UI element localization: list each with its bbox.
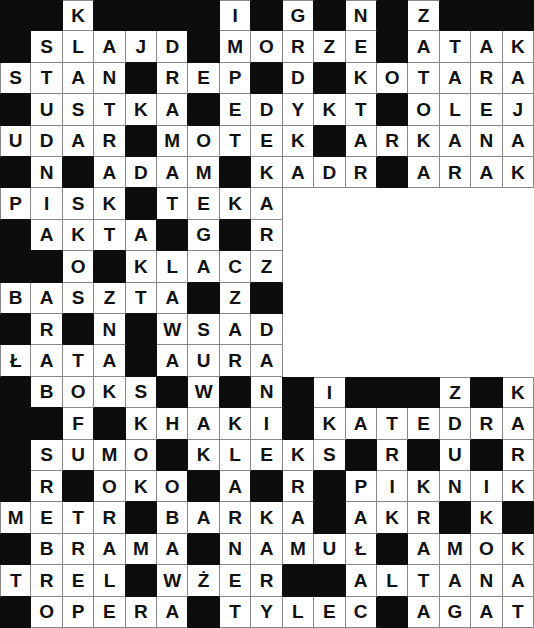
letter-cell-r18c12[interactable]: L	[377, 565, 408, 596]
blocked-cell-r12c13	[408, 377, 439, 408]
letter-cell-r18c5[interactable]: W	[157, 565, 188, 596]
letter-cell-r15c11[interactable]: P	[346, 471, 377, 502]
letter-cell-r7c6[interactable]: G	[188, 220, 219, 251]
letter-cell-r13c5[interactable]: H	[157, 408, 188, 439]
letter-cell-r9c7[interactable]: Z	[220, 283, 251, 314]
letter-cell-r19c4[interactable]: R	[126, 597, 157, 628]
letter-cell-r14c9[interactable]: K	[283, 440, 314, 471]
blocked-cell-r14c13	[408, 440, 439, 471]
cell-outside-r10c14	[440, 314, 471, 345]
letter-cell-r3c4[interactable]: K	[126, 94, 157, 125]
letter-cell-r8c7[interactable]: C	[220, 251, 251, 282]
letter-cell-r15c4[interactable]: K	[126, 471, 157, 502]
cell-outside-r7c15	[471, 220, 502, 251]
letter-cell-r16c15[interactable]: K	[471, 502, 502, 533]
letter-cell-r6c6[interactable]: E	[188, 188, 219, 219]
letter-cell-r17c7[interactable]: N	[220, 534, 251, 565]
cell-outside-r9c12	[377, 283, 408, 314]
letter-cell-r19c9[interactable]: L	[283, 597, 314, 628]
letter-cell-r18c13[interactable]: T	[408, 565, 439, 596]
cell-outside-r11c13	[408, 345, 439, 376]
letter-cell-r9c2[interactable]: S	[63, 283, 94, 314]
letter-cell-r13c16[interactable]: A	[503, 408, 534, 439]
letter-cell-r1c9[interactable]: R	[283, 31, 314, 62]
letter-cell-r6c8[interactable]: A	[251, 188, 282, 219]
letter-cell-r3c16[interactable]: J	[503, 94, 534, 125]
letter-cell-r9c0[interactable]: B	[0, 283, 31, 314]
blocked-cell-r18c9	[283, 565, 314, 596]
cell-outside-r7c13	[408, 220, 439, 251]
letter-cell-r3c9[interactable]: Y	[283, 94, 314, 125]
letter-cell-r18c8[interactable]: R	[251, 565, 282, 596]
letter-cell-r13c7[interactable]: K	[220, 408, 251, 439]
blocked-cell-r1c6	[188, 31, 219, 62]
letter-cell-r18c7[interactable]: E	[220, 565, 251, 596]
letter-cell-r3c14[interactable]: L	[440, 94, 471, 125]
cell-outside-r9c11	[346, 283, 377, 314]
letter-cell-r16c1[interactable]: E	[31, 502, 62, 533]
letter-cell-r6c1[interactable]: I	[31, 188, 62, 219]
letter-cell-r3c15[interactable]: E	[471, 94, 502, 125]
letter-cell-r19c16[interactable]: T	[503, 597, 534, 628]
letter-cell-r11c5[interactable]: A	[157, 345, 188, 376]
letter-cell-r15c1[interactable]: R	[31, 471, 62, 502]
letter-cell-r10c7[interactable]: A	[220, 314, 251, 345]
letter-cell-r5c5[interactable]: A	[157, 157, 188, 188]
letter-cell-r2c6[interactable]: E	[188, 63, 219, 94]
blocked-cell-r0c1	[31, 0, 62, 31]
letter-cell-r17c13[interactable]: A	[408, 534, 439, 565]
blocked-cell-r13c0	[0, 408, 31, 439]
cell-outside-r6c9	[283, 188, 314, 219]
letter-cell-r17c11[interactable]: Ł	[346, 534, 377, 565]
letter-cell-r15c7[interactable]: A	[220, 471, 251, 502]
letter-cell-r13c13[interactable]: E	[408, 408, 439, 439]
letter-cell-r3c1[interactable]: U	[31, 94, 62, 125]
letter-cell-r11c1[interactable]: A	[31, 345, 62, 376]
letter-cell-r8c8[interactable]: Z	[251, 251, 282, 282]
blocked-cell-r19c12	[377, 597, 408, 628]
letter-cell-r18c3[interactable]: L	[94, 565, 125, 596]
cell-outside-r8c9	[283, 251, 314, 282]
letter-cell-r18c2[interactable]: E	[63, 565, 94, 596]
blocked-cell-r0c3	[94, 0, 125, 31]
cell-outside-r8c16	[503, 251, 534, 282]
letter-cell-r5c13[interactable]: A	[408, 157, 439, 188]
cell-outside-r9c13	[408, 283, 439, 314]
blocked-cell-r5c12	[377, 157, 408, 188]
cell-outside-r6c15	[471, 188, 502, 219]
blocked-cell-r3c6	[188, 94, 219, 125]
blocked-cell-r8c3	[94, 251, 125, 282]
letter-cell-r2c0[interactable]: S	[0, 63, 31, 94]
letter-cell-r17c1[interactable]: B	[31, 534, 62, 565]
letter-cell-r8c4[interactable]: K	[126, 251, 157, 282]
letter-cell-r5c3[interactable]: A	[94, 157, 125, 188]
letter-cell-r16c9[interactable]: A	[283, 502, 314, 533]
letter-cell-r2c13[interactable]: T	[408, 63, 439, 94]
letter-cell-r11c7[interactable]: R	[220, 345, 251, 376]
letter-cell-r5c9[interactable]: A	[283, 157, 314, 188]
letter-cell-r1c16[interactable]: K	[503, 31, 534, 62]
letter-cell-r14c4[interactable]: O	[126, 440, 157, 471]
letter-cell-r1c5[interactable]: D	[157, 31, 188, 62]
letter-cell-r3c5[interactable]: A	[157, 94, 188, 125]
letter-cell-r13c6[interactable]: A	[188, 408, 219, 439]
cell-outside-r7c14	[440, 220, 471, 251]
blocked-cell-r4c10	[314, 126, 345, 157]
blocked-cell-r19c6	[188, 597, 219, 628]
letter-cell-r3c2[interactable]: S	[63, 94, 94, 125]
letter-cell-r12c10[interactable]: I	[314, 377, 345, 408]
letter-cell-r0c11[interactable]: N	[346, 0, 377, 31]
letter-cell-r13c11[interactable]: A	[346, 408, 377, 439]
blocked-cell-r7c5	[157, 220, 188, 251]
letter-cell-r17c5[interactable]: A	[157, 534, 188, 565]
blocked-cell-r6c4	[126, 188, 157, 219]
letter-cell-r2c2[interactable]: A	[63, 63, 94, 94]
letter-cell-r5c4[interactable]: D	[126, 157, 157, 188]
letter-cell-r14c16[interactable]: R	[503, 440, 534, 471]
letter-cell-r5c1[interactable]: N	[31, 157, 62, 188]
letter-cell-r5c14[interactable]: R	[440, 157, 471, 188]
cell-outside-r9c14	[440, 283, 471, 314]
letter-cell-r5c6[interactable]: M	[188, 157, 219, 188]
letter-cell-r19c1[interactable]: O	[31, 597, 62, 628]
blocked-cell-r16c4	[126, 502, 157, 533]
letter-cell-r14c1[interactable]: S	[31, 440, 62, 471]
letter-cell-r1c3[interactable]: A	[94, 31, 125, 62]
letter-cell-r17c14[interactable]: M	[440, 534, 471, 565]
blocked-cell-r0c10	[314, 0, 345, 31]
letter-cell-r15c5[interactable]: O	[157, 471, 188, 502]
letter-cell-r14c2[interactable]: U	[63, 440, 94, 471]
letter-cell-r8c5[interactable]: L	[157, 251, 188, 282]
cell-outside-r6c14	[440, 188, 471, 219]
letter-cell-r19c14[interactable]: G	[440, 597, 471, 628]
cell-outside-r11c14	[440, 345, 471, 376]
letter-cell-r18c11[interactable]: A	[346, 565, 377, 596]
letter-cell-r4c0[interactable]: U	[0, 126, 31, 157]
letter-cell-r5c11[interactable]: R	[346, 157, 377, 188]
blocked-cell-r10c0	[0, 314, 31, 345]
letter-cell-r16c3[interactable]: R	[94, 502, 125, 533]
letter-cell-r12c1[interactable]: B	[31, 377, 62, 408]
letter-cell-r19c8[interactable]: Y	[251, 597, 282, 628]
blocked-cell-r12c11	[346, 377, 377, 408]
letter-cell-r18c1[interactable]: R	[31, 565, 62, 596]
letter-cell-r2c15[interactable]: R	[471, 63, 502, 94]
blocked-cell-r0c8	[251, 0, 282, 31]
letter-cell-r19c15[interactable]: A	[471, 597, 502, 628]
letter-cell-r13c14[interactable]: D	[440, 408, 471, 439]
letter-cell-r10c6[interactable]: S	[188, 314, 219, 345]
letter-cell-r11c6[interactable]: U	[188, 345, 219, 376]
blocked-cell-r14c5	[157, 440, 188, 471]
letter-cell-r16c12[interactable]: K	[377, 502, 408, 533]
letter-cell-r19c13[interactable]: A	[408, 597, 439, 628]
letter-cell-r16c7[interactable]: R	[220, 502, 251, 533]
letter-cell-r12c14[interactable]: Z	[440, 377, 471, 408]
letter-cell-r12c16[interactable]: K	[503, 377, 534, 408]
letter-cell-r4c5[interactable]: M	[157, 126, 188, 157]
letter-cell-r2c16[interactable]: A	[503, 63, 534, 94]
letter-cell-r17c10[interactable]: U	[314, 534, 345, 565]
letter-cell-r0c7[interactable]: I	[220, 0, 251, 31]
letter-cell-r15c15[interactable]: I	[471, 471, 502, 502]
letter-cell-r16c5[interactable]: B	[157, 502, 188, 533]
blocked-cell-r19c0	[0, 597, 31, 628]
letter-cell-r18c14[interactable]: A	[440, 565, 471, 596]
blocked-cell-r0c12	[377, 0, 408, 31]
letter-cell-r4c1[interactable]: D	[31, 126, 62, 157]
letter-cell-r13c15[interactable]: R	[471, 408, 502, 439]
cell-outside-r7c12	[377, 220, 408, 251]
cell-outside-r6c11	[346, 188, 377, 219]
blocked-cell-r0c14	[440, 0, 471, 31]
letter-cell-r4c9[interactable]: K	[283, 126, 314, 157]
letter-cell-r2c12[interactable]: O	[377, 63, 408, 94]
letter-cell-r3c13[interactable]: O	[408, 94, 439, 125]
blocked-cell-r17c12	[377, 534, 408, 565]
letter-cell-r15c12[interactable]: I	[377, 471, 408, 502]
letter-cell-r12c3[interactable]: K	[94, 377, 125, 408]
cell-outside-r11c16	[503, 345, 534, 376]
letter-cell-r18c6[interactable]: Ż	[188, 565, 219, 596]
blocked-cell-r12c0	[0, 377, 31, 408]
letter-cell-r7c2[interactable]: K	[63, 220, 94, 251]
blocked-cell-r13c3	[94, 408, 125, 439]
letter-cell-r14c6[interactable]: K	[188, 440, 219, 471]
letter-cell-r15c3[interactable]: O	[94, 471, 125, 502]
letter-cell-r15c9[interactable]: R	[283, 471, 314, 502]
letter-cell-r16c11[interactable]: A	[346, 502, 377, 533]
letter-cell-r4c3[interactable]: R	[94, 126, 125, 157]
blocked-cell-r5c2	[63, 157, 94, 188]
letter-cell-r17c15[interactable]: O	[471, 534, 502, 565]
letter-cell-r14c8[interactable]: E	[251, 440, 282, 471]
cell-outside-r11c11	[346, 345, 377, 376]
letter-cell-r16c2[interactable]: T	[63, 502, 94, 533]
letter-cell-r1c7[interactable]: M	[220, 31, 251, 62]
cell-outside-r11c15	[471, 345, 502, 376]
letter-cell-r11c2[interactable]: T	[63, 345, 94, 376]
cell-outside-r9c9	[283, 283, 314, 314]
letter-cell-r10c5[interactable]: W	[157, 314, 188, 345]
blocked-cell-r15c2	[63, 471, 94, 502]
blocked-cell-r0c6	[188, 0, 219, 31]
blocked-cell-r15c6	[188, 471, 219, 502]
blocked-cell-r2c4	[126, 63, 157, 94]
cell-outside-r7c11	[346, 220, 377, 251]
letter-cell-r17c2[interactable]: R	[63, 534, 94, 565]
letter-cell-r10c8[interactable]: D	[251, 314, 282, 345]
letter-cell-r16c0[interactable]: M	[0, 502, 31, 533]
letter-cell-r13c2[interactable]: F	[63, 408, 94, 439]
letter-cell-r1c14[interactable]: T	[440, 31, 471, 62]
letter-cell-r6c7[interactable]: K	[220, 188, 251, 219]
letter-cell-r5c15[interactable]: A	[471, 157, 502, 188]
letter-cell-r12c6[interactable]: W	[188, 377, 219, 408]
blocked-cell-r13c9	[283, 408, 314, 439]
letter-cell-r18c0[interactable]: T	[0, 565, 31, 596]
letter-cell-r18c15[interactable]: N	[471, 565, 502, 596]
cell-outside-r7c16	[503, 220, 534, 251]
letter-cell-r1c15[interactable]: A	[471, 31, 502, 62]
letter-cell-r15c16[interactable]: K	[503, 471, 534, 502]
cell-outside-r8c13	[408, 251, 439, 282]
letter-cell-r13c12[interactable]: T	[377, 408, 408, 439]
letter-cell-r13c4[interactable]: K	[126, 408, 157, 439]
letter-cell-r15c14[interactable]: N	[440, 471, 471, 502]
letter-cell-r14c7[interactable]: L	[220, 440, 251, 471]
cell-outside-r10c13	[408, 314, 439, 345]
letter-cell-r1c4[interactable]: J	[126, 31, 157, 62]
letter-cell-r8c6[interactable]: A	[188, 251, 219, 282]
letter-cell-r5c10[interactable]: D	[314, 157, 345, 188]
letter-cell-r12c2[interactable]: O	[63, 377, 94, 408]
letter-cell-r4c8[interactable]: E	[251, 126, 282, 157]
cell-outside-r7c10	[314, 220, 345, 251]
letter-cell-r4c15[interactable]: N	[471, 126, 502, 157]
letter-cell-r4c14[interactable]: A	[440, 126, 471, 157]
blocked-cell-r2c8	[251, 63, 282, 94]
letter-cell-r13c10[interactable]: K	[314, 408, 345, 439]
letter-cell-r10c3[interactable]: N	[94, 314, 125, 345]
letter-cell-r11c8[interactable]: A	[251, 345, 282, 376]
letter-cell-r3c3[interactable]: T	[94, 94, 125, 125]
cell-outside-r8c14	[440, 251, 471, 282]
blocked-cell-r16c10	[314, 502, 345, 533]
letter-cell-r6c3[interactable]: K	[94, 188, 125, 219]
letter-cell-r19c3[interactable]: E	[94, 597, 125, 628]
letter-cell-r3c7[interactable]: E	[220, 94, 251, 125]
cell-outside-r7c9	[283, 220, 314, 251]
blocked-cell-r16c16	[503, 502, 534, 533]
blocked-cell-r5c7	[220, 157, 251, 188]
letter-cell-r18c16[interactable]: A	[503, 565, 534, 596]
letter-cell-r7c3[interactable]: T	[94, 220, 125, 251]
letter-cell-r1c10[interactable]: Z	[314, 31, 345, 62]
letter-cell-r4c11[interactable]: A	[346, 126, 377, 157]
letter-cell-r9c3[interactable]: Z	[94, 283, 125, 314]
letter-cell-r2c5[interactable]: R	[157, 63, 188, 94]
letter-cell-r17c9[interactable]: M	[283, 534, 314, 565]
blocked-cell-r0c16	[503, 0, 534, 31]
letter-cell-r19c7[interactable]: T	[220, 597, 251, 628]
letter-cell-r5c8[interactable]: K	[251, 157, 282, 188]
letter-cell-r17c3[interactable]: A	[94, 534, 125, 565]
cell-outside-r6c16	[503, 188, 534, 219]
letter-cell-r16c6[interactable]: A	[188, 502, 219, 533]
letter-cell-r11c3[interactable]: A	[94, 345, 125, 376]
letter-cell-r3c11[interactable]: T	[346, 94, 377, 125]
letter-cell-r19c10[interactable]: E	[314, 597, 345, 628]
letter-cell-r7c8[interactable]: R	[251, 220, 282, 251]
letter-cell-r3c10[interactable]: K	[314, 94, 345, 125]
letter-cell-r11c0[interactable]: Ł	[0, 345, 31, 376]
cell-outside-r9c10	[314, 283, 345, 314]
letter-cell-r12c8[interactable]: N	[251, 377, 282, 408]
letter-cell-r4c6[interactable]: O	[188, 126, 219, 157]
blocked-cell-r5c0	[0, 157, 31, 188]
blocked-cell-r12c7	[220, 377, 251, 408]
blocked-cell-r14c15	[471, 440, 502, 471]
blocked-cell-r3c0	[0, 94, 31, 125]
letter-cell-r14c3[interactable]: M	[94, 440, 125, 471]
letter-cell-r15c13[interactable]: K	[408, 471, 439, 502]
cell-outside-r8c10	[314, 251, 345, 282]
letter-cell-r2c11[interactable]: K	[346, 63, 377, 94]
letter-cell-r14c12[interactable]: R	[377, 440, 408, 471]
blocked-cell-r3c12	[377, 94, 408, 125]
letter-cell-r17c8[interactable]: A	[251, 534, 282, 565]
letter-cell-r1c8[interactable]: O	[251, 31, 282, 62]
letter-cell-r2c9[interactable]: D	[283, 63, 314, 94]
letter-cell-r2c3[interactable]: N	[94, 63, 125, 94]
letter-cell-r14c10[interactable]: S	[314, 440, 345, 471]
letter-cell-r9c4[interactable]: T	[126, 283, 157, 314]
letter-cell-r1c13[interactable]: A	[408, 31, 439, 62]
letter-cell-r0c9[interactable]: G	[283, 0, 314, 31]
letter-cell-r5c16[interactable]: K	[503, 157, 534, 188]
letter-cell-r9c5[interactable]: A	[157, 283, 188, 314]
letter-cell-r19c11[interactable]: C	[346, 597, 377, 628]
letter-cell-r19c2[interactable]: P	[63, 597, 94, 628]
letter-cell-r8c2[interactable]: O	[63, 251, 94, 282]
cell-outside-r6c13	[408, 188, 439, 219]
letter-cell-r17c4[interactable]: M	[126, 534, 157, 565]
letter-cell-r4c12[interactable]: R	[377, 126, 408, 157]
letter-cell-r2c1[interactable]: T	[31, 63, 62, 94]
cell-outside-r8c15	[471, 251, 502, 282]
letter-cell-r14c14[interactable]: U	[440, 440, 471, 471]
cell-outside-r10c11	[346, 314, 377, 345]
letter-cell-r6c2[interactable]: S	[63, 188, 94, 219]
letter-cell-r1c11[interactable]: E	[346, 31, 377, 62]
blocked-cell-r0c0	[0, 0, 31, 31]
letter-cell-r7c4[interactable]: A	[126, 220, 157, 251]
letter-cell-r6c0[interactable]: P	[0, 188, 31, 219]
blocked-cell-r12c5	[157, 377, 188, 408]
letter-cell-r4c2[interactable]: A	[63, 126, 94, 157]
letter-cell-r1c2[interactable]: L	[63, 31, 94, 62]
letter-cell-r4c16[interactable]: A	[503, 126, 534, 157]
letter-cell-r13c8[interactable]: I	[251, 408, 282, 439]
letter-cell-r6c5[interactable]: T	[157, 188, 188, 219]
letter-cell-r4c7[interactable]: T	[220, 126, 251, 157]
letter-cell-r7c1[interactable]: A	[31, 220, 62, 251]
letter-cell-r19c5[interactable]: A	[157, 597, 188, 628]
letter-cell-r0c13[interactable]: Z	[408, 0, 439, 31]
letter-cell-r2c7[interactable]: P	[220, 63, 251, 94]
letter-cell-r3c8[interactable]: D	[251, 94, 282, 125]
letter-cell-r17c16[interactable]: K	[503, 534, 534, 565]
blocked-cell-r12c12	[377, 377, 408, 408]
letter-cell-r16c13[interactable]: R	[408, 502, 439, 533]
letter-cell-r2c14[interactable]: A	[440, 63, 471, 94]
letter-cell-r4c13[interactable]: K	[408, 126, 439, 157]
letter-cell-r1c1[interactable]: S	[31, 31, 62, 62]
letter-cell-r9c1[interactable]: A	[31, 283, 62, 314]
letter-cell-r12c4[interactable]: S	[126, 377, 157, 408]
cell-outside-r6c10	[314, 188, 345, 219]
blocked-cell-r1c0	[0, 31, 31, 62]
blocked-cell-r18c10	[314, 565, 345, 596]
letter-cell-r16c8[interactable]: K	[251, 502, 282, 533]
letter-cell-r10c1[interactable]: R	[31, 314, 62, 345]
letter-cell-r0c2[interactable]: K	[63, 0, 94, 31]
